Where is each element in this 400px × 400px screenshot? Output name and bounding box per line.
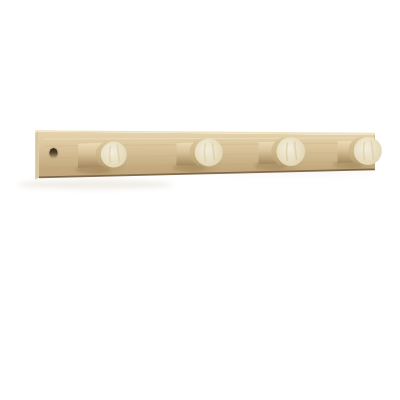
coat-rack-illustration <box>0 0 400 400</box>
floor-shadow-left <box>17 180 173 189</box>
peg-2-cap-face <box>195 138 223 166</box>
peg-4-cap-face <box>354 137 382 165</box>
peg-3-cap-face <box>277 137 306 166</box>
mount-hole <box>48 147 58 159</box>
white-background <box>0 0 400 400</box>
peg-4 <box>338 137 382 165</box>
mount-hole-bore <box>49 148 57 158</box>
product-photo-canvas <box>0 0 400 400</box>
peg-1 <box>78 142 127 168</box>
board-end-face <box>35 132 39 180</box>
peg-1-cap-face <box>101 142 127 168</box>
